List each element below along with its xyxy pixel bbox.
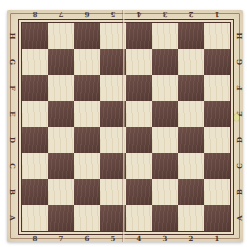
square-a4[interactable] xyxy=(126,205,152,231)
square-a1[interactable] xyxy=(204,205,230,231)
square-a2[interactable] xyxy=(178,205,204,231)
square-g8[interactable] xyxy=(22,49,48,75)
square-e6[interactable] xyxy=(74,101,100,127)
square-f2[interactable] xyxy=(178,75,204,101)
square-g5[interactable] xyxy=(100,49,126,75)
rank-label-bottom-5: 5 xyxy=(100,234,126,242)
square-b5[interactable] xyxy=(100,179,126,205)
square-b2[interactable] xyxy=(178,179,204,205)
square-f1[interactable] xyxy=(204,75,230,101)
rank-label-top-3: 3 xyxy=(152,11,178,19)
square-d4[interactable] xyxy=(126,127,152,153)
file-labels-left: HGFEDCBA xyxy=(8,23,17,231)
square-g7[interactable] xyxy=(48,49,74,75)
sticker xyxy=(234,114,239,121)
rank-label-top-6: 6 xyxy=(74,11,100,19)
file-labels-right: HGFEDCBA xyxy=(234,23,243,231)
square-b7[interactable] xyxy=(48,179,74,205)
rank-label-top-2: 2 xyxy=(178,11,204,19)
square-e2[interactable] xyxy=(178,101,204,127)
square-h5[interactable] xyxy=(100,23,126,49)
square-a6[interactable] xyxy=(74,205,100,231)
square-e8[interactable] xyxy=(22,101,48,127)
square-b4[interactable] xyxy=(126,179,152,205)
square-d6[interactable] xyxy=(74,127,100,153)
square-h1[interactable] xyxy=(204,23,230,49)
square-f6[interactable] xyxy=(74,75,100,101)
rank-labels-bottom: 87654321 xyxy=(22,234,230,242)
square-g3[interactable] xyxy=(152,49,178,75)
square-a5[interactable] xyxy=(100,205,126,231)
rank-label-bottom-3: 3 xyxy=(152,234,178,242)
square-g2[interactable] xyxy=(178,49,204,75)
square-f8[interactable] xyxy=(22,75,48,101)
square-g4[interactable] xyxy=(126,49,152,75)
playing-area-frame xyxy=(18,19,234,235)
square-a7[interactable] xyxy=(48,205,74,231)
rank-label-top-4: 4 xyxy=(126,11,152,19)
square-d5[interactable] xyxy=(100,127,126,153)
rank-label-top-8: 8 xyxy=(22,11,48,19)
rank-label-bottom-7: 7 xyxy=(48,234,74,242)
square-e5[interactable] xyxy=(100,101,126,127)
square-b1[interactable] xyxy=(204,179,230,205)
rank-labels-top: 87654321 xyxy=(22,11,230,19)
square-g1[interactable] xyxy=(204,49,230,75)
rank-label-bottom-2: 2 xyxy=(178,234,204,242)
square-e1[interactable] xyxy=(204,101,230,127)
square-e7[interactable] xyxy=(48,101,74,127)
square-b6[interactable] xyxy=(74,179,100,205)
square-e3[interactable] xyxy=(152,101,178,127)
square-d1[interactable] xyxy=(204,127,230,153)
square-a3[interactable] xyxy=(152,205,178,231)
square-h4[interactable] xyxy=(126,23,152,49)
square-c8[interactable] xyxy=(22,153,48,179)
square-c2[interactable] xyxy=(178,153,204,179)
square-c7[interactable] xyxy=(48,153,74,179)
square-h7[interactable] xyxy=(48,23,74,49)
square-a8[interactable] xyxy=(22,205,48,231)
square-h3[interactable] xyxy=(152,23,178,49)
square-h6[interactable] xyxy=(74,23,100,49)
square-c1[interactable] xyxy=(204,153,230,179)
rank-label-top-1: 1 xyxy=(204,11,230,19)
square-h2[interactable] xyxy=(178,23,204,49)
square-d7[interactable] xyxy=(48,127,74,153)
square-c5[interactable] xyxy=(100,153,126,179)
square-c4[interactable] xyxy=(126,153,152,179)
square-e4[interactable] xyxy=(126,101,152,127)
square-c3[interactable] xyxy=(152,153,178,179)
chessboard: 87654321 87654321 HGFEDCBA HGFEDCBA xyxy=(7,10,243,242)
square-f3[interactable] xyxy=(152,75,178,101)
square-g6[interactable] xyxy=(74,49,100,75)
square-c6[interactable] xyxy=(74,153,100,179)
square-f7[interactable] xyxy=(48,75,74,101)
square-d2[interactable] xyxy=(178,127,204,153)
rank-label-bottom-1: 1 xyxy=(204,234,230,242)
square-d3[interactable] xyxy=(152,127,178,153)
rank-label-top-5: 5 xyxy=(100,11,126,19)
square-b3[interactable] xyxy=(152,179,178,205)
rank-label-bottom-4: 4 xyxy=(126,234,152,242)
square-d8[interactable] xyxy=(22,127,48,153)
rank-label-bottom-6: 6 xyxy=(74,234,100,242)
rank-label-bottom-8: 8 xyxy=(22,234,48,242)
square-f5[interactable] xyxy=(100,75,126,101)
rank-label-top-7: 7 xyxy=(48,11,74,19)
square-f4[interactable] xyxy=(126,75,152,101)
square-b8[interactable] xyxy=(22,179,48,205)
square-h8[interactable] xyxy=(22,23,48,49)
squares-grid xyxy=(21,22,231,232)
